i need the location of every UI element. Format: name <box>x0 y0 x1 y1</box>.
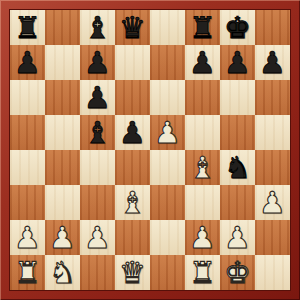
piece-white-pawn[interactable]: ♟ <box>154 115 181 150</box>
square-a1[interactable]: ♜ <box>10 255 45 290</box>
square-c2[interactable]: ♟ <box>80 220 115 255</box>
piece-white-king[interactable]: ♚ <box>224 255 251 290</box>
piece-black-pawn[interactable]: ♟ <box>84 80 111 115</box>
square-g4[interactable]: ♞ <box>220 150 255 185</box>
square-f7[interactable]: ♟ <box>185 45 220 80</box>
square-g5[interactable] <box>220 115 255 150</box>
square-c7[interactable]: ♟ <box>80 45 115 80</box>
square-h5[interactable] <box>255 115 290 150</box>
square-a2[interactable]: ♟ <box>10 220 45 255</box>
square-e8[interactable] <box>150 10 185 45</box>
piece-black-queen[interactable]: ♛ <box>119 10 146 45</box>
square-d1[interactable]: ♛ <box>115 255 150 290</box>
square-g8[interactable]: ♚ <box>220 10 255 45</box>
piece-white-pawn[interactable]: ♟ <box>84 220 111 255</box>
square-b8[interactable] <box>45 10 80 45</box>
piece-white-pawn[interactable]: ♟ <box>189 220 216 255</box>
square-b5[interactable] <box>45 115 80 150</box>
square-b2[interactable]: ♟ <box>45 220 80 255</box>
square-h2[interactable] <box>255 220 290 255</box>
square-g7[interactable]: ♟ <box>220 45 255 80</box>
square-e7[interactable] <box>150 45 185 80</box>
square-e1[interactable] <box>150 255 185 290</box>
piece-black-pawn[interactable]: ♟ <box>84 45 111 80</box>
square-c5[interactable]: ♝ <box>80 115 115 150</box>
square-f3[interactable] <box>185 185 220 220</box>
piece-black-pawn[interactable]: ♟ <box>119 115 146 150</box>
square-a5[interactable] <box>10 115 45 150</box>
piece-black-pawn[interactable]: ♟ <box>14 45 41 80</box>
square-b3[interactable] <box>45 185 80 220</box>
square-f6[interactable] <box>185 80 220 115</box>
piece-white-bishop[interactable]: ♝ <box>189 150 216 185</box>
square-b4[interactable] <box>45 150 80 185</box>
piece-white-pawn[interactable]: ♟ <box>14 220 41 255</box>
square-g1[interactable]: ♚ <box>220 255 255 290</box>
square-c1[interactable] <box>80 255 115 290</box>
piece-white-bishop[interactable]: ♝ <box>119 185 146 220</box>
square-c8[interactable]: ♝ <box>80 10 115 45</box>
square-d8[interactable]: ♛ <box>115 10 150 45</box>
piece-white-rook[interactable]: ♜ <box>189 255 216 290</box>
square-f1[interactable]: ♜ <box>185 255 220 290</box>
square-e4[interactable] <box>150 150 185 185</box>
piece-black-rook[interactable]: ♜ <box>189 10 216 45</box>
square-h1[interactable] <box>255 255 290 290</box>
square-h4[interactable] <box>255 150 290 185</box>
square-d7[interactable] <box>115 45 150 80</box>
board-frame: ♜♝♛♜♚♟♟♟♟♟♟♝♟♟♝♞♝♟♟♟♟♟♟♜♞♛♜♚ <box>0 0 300 300</box>
square-c4[interactable] <box>80 150 115 185</box>
piece-white-knight[interactable]: ♞ <box>49 255 76 290</box>
square-a3[interactable] <box>10 185 45 220</box>
square-g3[interactable] <box>220 185 255 220</box>
piece-white-rook[interactable]: ♜ <box>14 255 41 290</box>
square-d5[interactable]: ♟ <box>115 115 150 150</box>
square-e2[interactable] <box>150 220 185 255</box>
square-f5[interactable] <box>185 115 220 150</box>
square-c6[interactable]: ♟ <box>80 80 115 115</box>
chess-board: ♜♝♛♜♚♟♟♟♟♟♟♝♟♟♝♞♝♟♟♟♟♟♟♜♞♛♜♚ <box>10 10 290 290</box>
piece-black-pawn[interactable]: ♟ <box>259 45 286 80</box>
square-b1[interactable]: ♞ <box>45 255 80 290</box>
piece-white-pawn[interactable]: ♟ <box>49 220 76 255</box>
square-b7[interactable] <box>45 45 80 80</box>
square-a8[interactable]: ♜ <box>10 10 45 45</box>
square-h8[interactable] <box>255 10 290 45</box>
square-g6[interactable] <box>220 80 255 115</box>
square-g2[interactable]: ♟ <box>220 220 255 255</box>
square-a7[interactable]: ♟ <box>10 45 45 80</box>
square-e3[interactable] <box>150 185 185 220</box>
square-d4[interactable] <box>115 150 150 185</box>
square-c3[interactable] <box>80 185 115 220</box>
piece-white-queen[interactable]: ♛ <box>119 255 146 290</box>
square-d2[interactable] <box>115 220 150 255</box>
piece-black-bishop[interactable]: ♝ <box>84 115 111 150</box>
square-b6[interactable] <box>45 80 80 115</box>
square-f4[interactable]: ♝ <box>185 150 220 185</box>
piece-black-bishop[interactable]: ♝ <box>84 10 111 45</box>
piece-black-knight[interactable]: ♞ <box>224 150 251 185</box>
square-a6[interactable] <box>10 80 45 115</box>
square-h7[interactable]: ♟ <box>255 45 290 80</box>
square-h6[interactable] <box>255 80 290 115</box>
square-a4[interactable] <box>10 150 45 185</box>
piece-black-rook[interactable]: ♜ <box>14 10 41 45</box>
piece-white-pawn[interactable]: ♟ <box>259 185 286 220</box>
square-f8[interactable]: ♜ <box>185 10 220 45</box>
square-e6[interactable] <box>150 80 185 115</box>
square-h3[interactable]: ♟ <box>255 185 290 220</box>
piece-black-pawn[interactable]: ♟ <box>189 45 216 80</box>
square-f2[interactable]: ♟ <box>185 220 220 255</box>
piece-black-pawn[interactable]: ♟ <box>224 45 251 80</box>
square-e5[interactable]: ♟ <box>150 115 185 150</box>
square-d6[interactable] <box>115 80 150 115</box>
piece-black-king[interactable]: ♚ <box>224 10 251 45</box>
square-d3[interactable]: ♝ <box>115 185 150 220</box>
piece-white-pawn[interactable]: ♟ <box>224 220 251 255</box>
